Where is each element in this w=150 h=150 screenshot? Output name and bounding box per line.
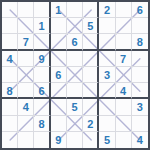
given-digit: 4 xyxy=(120,85,126,96)
sudoku-cell-r3c1[interactable] xyxy=(2,34,18,50)
sudoku-cell-r9c2[interactable] xyxy=(18,132,34,148)
given-digit: 4 xyxy=(137,135,143,146)
sudoku-cell-r4c7[interactable] xyxy=(99,51,115,67)
sudoku-cell-r2c8[interactable] xyxy=(116,18,132,34)
sudoku-cell-r9c6[interactable] xyxy=(83,132,99,148)
sudoku-cell-r8c3[interactable]: 8 xyxy=(34,116,50,132)
sudoku-cell-r7c9[interactable]: 3 xyxy=(132,99,148,115)
sudoku-cell-r6c8[interactable]: 4 xyxy=(116,83,132,99)
sudoku-cell-r1c9[interactable]: 6 xyxy=(132,2,148,18)
sudoku-cell-r3c8[interactable] xyxy=(116,34,132,50)
sudoku-cell-r1c3[interactable] xyxy=(34,2,50,18)
sudoku-cell-r8c6[interactable]: 2 xyxy=(83,116,99,132)
sudoku-cell-r7c4[interactable] xyxy=(51,99,67,115)
sudoku-cell-r7c3[interactable] xyxy=(34,99,50,115)
sudoku-cell-r9c9[interactable]: 4 xyxy=(132,132,148,148)
sudoku-cell-r5c3[interactable] xyxy=(34,67,50,83)
sudoku-cell-r5c1[interactable] xyxy=(2,67,18,83)
sudoku-cell-r5c6[interactable] xyxy=(83,67,99,83)
sudoku-cell-r8c7[interactable] xyxy=(99,116,115,132)
sudoku-cell-r6c7[interactable] xyxy=(99,83,115,99)
sudoku-cell-r4c9[interactable] xyxy=(132,51,148,67)
sudoku-cell-r2c1[interactable] xyxy=(2,18,18,34)
sudoku-cell-r3c6[interactable] xyxy=(83,34,99,50)
given-digit: 6 xyxy=(137,5,143,16)
sudoku-cell-r9c3[interactable] xyxy=(34,132,50,148)
sudoku-cell-r1c1[interactable] xyxy=(2,2,18,18)
given-digit: 1 xyxy=(38,21,44,32)
given-digit: 6 xyxy=(71,37,77,48)
sudoku-cell-r1c2[interactable] xyxy=(18,2,34,18)
sudoku-board: 126157684976386445382954 xyxy=(0,0,150,150)
given-digit: 1 xyxy=(55,5,61,16)
sudoku-cell-r9c5[interactable] xyxy=(67,132,83,148)
sudoku-cell-r5c4[interactable]: 6 xyxy=(51,67,67,83)
sudoku-cell-r8c9[interactable] xyxy=(132,116,148,132)
sudoku-cell-r4c1[interactable]: 4 xyxy=(2,51,18,67)
given-digit: 7 xyxy=(120,53,126,64)
sudoku-cell-r1c8[interactable] xyxy=(116,2,132,18)
sudoku-cell-r6c1[interactable]: 8 xyxy=(2,83,18,99)
sudoku-cell-r6c9[interactable] xyxy=(132,83,148,99)
given-digit: 7 xyxy=(23,37,29,48)
sudoku-cell-r2c4[interactable] xyxy=(51,18,67,34)
sudoku-cell-r8c1[interactable] xyxy=(2,116,18,132)
given-digit: 4 xyxy=(23,102,29,113)
sudoku-cell-r4c6[interactable] xyxy=(83,51,99,67)
sudoku-cell-r7c8[interactable] xyxy=(116,99,132,115)
sudoku-cell-r1c5[interactable] xyxy=(67,2,83,18)
sudoku-cell-r6c4[interactable] xyxy=(51,83,67,99)
sudoku-cell-r5c9[interactable] xyxy=(132,67,148,83)
sudoku-cell-r3c9[interactable]: 8 xyxy=(132,34,148,50)
given-digit: 6 xyxy=(38,85,44,96)
sudoku-cell-r4c4[interactable] xyxy=(51,51,67,67)
sudoku-grid: 126157684976386445382954 xyxy=(2,2,148,148)
sudoku-cell-r9c7[interactable]: 5 xyxy=(99,132,115,148)
given-digit: 3 xyxy=(104,69,110,80)
given-digit: 2 xyxy=(104,5,110,16)
sudoku-cell-r1c4[interactable]: 1 xyxy=(51,2,67,18)
sudoku-cell-r3c3[interactable] xyxy=(34,34,50,50)
sudoku-cell-r9c8[interactable] xyxy=(116,132,132,148)
sudoku-cell-r8c5[interactable] xyxy=(67,116,83,132)
sudoku-cell-r3c7[interactable] xyxy=(99,34,115,50)
sudoku-cell-r5c7[interactable]: 3 xyxy=(99,67,115,83)
given-digit: 8 xyxy=(137,37,143,48)
sudoku-cell-r4c2[interactable] xyxy=(18,51,34,67)
sudoku-cell-r8c2[interactable] xyxy=(18,116,34,132)
sudoku-cell-r3c2[interactable]: 7 xyxy=(18,34,34,50)
sudoku-cell-r5c8[interactable] xyxy=(116,67,132,83)
sudoku-cell-r2c5[interactable] xyxy=(67,18,83,34)
sudoku-cell-r9c1[interactable] xyxy=(2,132,18,148)
sudoku-cell-r3c4[interactable] xyxy=(51,34,67,50)
given-digit: 8 xyxy=(7,85,13,96)
sudoku-cell-r2c2[interactable] xyxy=(18,18,34,34)
given-digit: 3 xyxy=(137,102,143,113)
sudoku-cell-r2c9[interactable] xyxy=(132,18,148,34)
sudoku-cell-r1c7[interactable]: 2 xyxy=(99,2,115,18)
sudoku-cell-r3c5[interactable]: 6 xyxy=(67,34,83,50)
sudoku-cell-r4c8[interactable]: 7 xyxy=(116,51,132,67)
sudoku-cell-r6c5[interactable] xyxy=(67,83,83,99)
sudoku-cell-r7c5[interactable]: 5 xyxy=(67,99,83,115)
sudoku-cell-r2c7[interactable] xyxy=(99,18,115,34)
given-digit: 6 xyxy=(55,69,61,80)
given-digit: 4 xyxy=(7,53,13,64)
sudoku-cell-r7c7[interactable] xyxy=(99,99,115,115)
given-digit: 2 xyxy=(87,118,93,129)
given-digit: 8 xyxy=(38,118,44,129)
sudoku-cell-r6c3[interactable]: 6 xyxy=(34,83,50,99)
sudoku-cell-r2c6[interactable]: 5 xyxy=(83,18,99,34)
given-digit: 9 xyxy=(38,53,44,64)
sudoku-cell-r7c6[interactable] xyxy=(83,99,99,115)
sudoku-cell-r5c2[interactable] xyxy=(18,67,34,83)
sudoku-cell-r6c6[interactable] xyxy=(83,83,99,99)
sudoku-cell-r9c4[interactable]: 9 xyxy=(51,132,67,148)
given-digit: 5 xyxy=(71,102,77,113)
sudoku-cell-r5c5[interactable] xyxy=(67,67,83,83)
given-digit: 5 xyxy=(87,21,93,32)
sudoku-cell-r8c4[interactable] xyxy=(51,116,67,132)
sudoku-cell-r7c2[interactable]: 4 xyxy=(18,99,34,115)
sudoku-cell-r4c5[interactable] xyxy=(67,51,83,67)
given-digit: 5 xyxy=(104,135,110,146)
given-digit: 9 xyxy=(55,135,61,146)
sudoku-cell-r8c8[interactable] xyxy=(116,116,132,132)
sudoku-cell-r4c3[interactable]: 9 xyxy=(34,51,50,67)
sudoku-cell-r1c6[interactable] xyxy=(83,2,99,18)
sudoku-cell-r7c1[interactable] xyxy=(2,99,18,115)
sudoku-cell-r2c3[interactable]: 1 xyxy=(34,18,50,34)
sudoku-cell-r6c2[interactable] xyxy=(18,83,34,99)
